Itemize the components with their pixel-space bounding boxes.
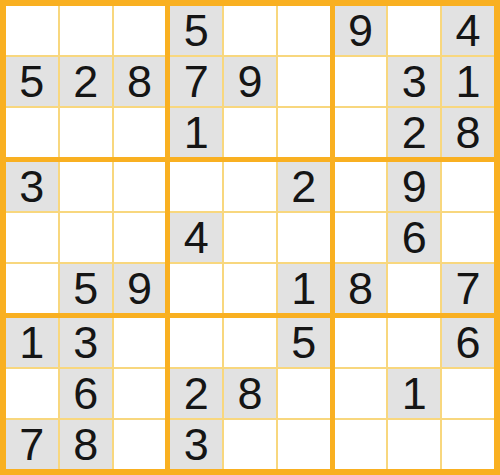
cell-r5c3[interactable] [114, 213, 166, 262]
cell-r8c3[interactable] [114, 369, 166, 418]
cell-r7c3[interactable] [114, 318, 166, 367]
cell-r9c5[interactable] [224, 420, 276, 469]
cell-r2c6[interactable] [278, 57, 330, 106]
cell-r9c3[interactable] [114, 420, 166, 469]
cell-r8c7[interactable] [335, 369, 387, 418]
cell-r3c6[interactable] [278, 108, 330, 157]
cell-r2c3: 8 [114, 57, 166, 106]
cell-r2c4: 7 [170, 57, 222, 106]
cell-r9c4: 3 [170, 420, 222, 469]
sudoku-board: 5945287931128329465918713566281783 [0, 0, 500, 475]
cell-r8c4: 2 [170, 369, 222, 418]
cell-r4c3[interactable] [114, 162, 166, 211]
cell-r4c7[interactable] [335, 162, 387, 211]
cell-r1c3[interactable] [114, 6, 166, 55]
cell-r2c5: 9 [224, 57, 276, 106]
cell-r3c4: 1 [170, 108, 222, 157]
cell-r3c2[interactable] [60, 108, 112, 157]
cell-r4c2[interactable] [60, 162, 112, 211]
cell-r6c1[interactable] [6, 264, 58, 313]
cell-r6c5[interactable] [224, 264, 276, 313]
cell-r8c1[interactable] [6, 369, 58, 418]
cell-r4c6: 2 [278, 162, 330, 211]
cell-r3c1[interactable] [6, 108, 58, 157]
cell-r1c8[interactable] [388, 6, 440, 55]
cell-r1c1[interactable] [6, 6, 58, 55]
cell-r7c6: 5 [278, 318, 330, 367]
cell-r4c8: 9 [388, 162, 440, 211]
cell-r5c8: 6 [388, 213, 440, 262]
cell-r6c8[interactable] [388, 264, 440, 313]
cell-r5c5[interactable] [224, 213, 276, 262]
cell-r9c1: 7 [6, 420, 58, 469]
cell-r3c9: 8 [442, 108, 494, 157]
cell-r1c6[interactable] [278, 6, 330, 55]
cell-r6c4[interactable] [170, 264, 222, 313]
cell-r2c1: 5 [6, 57, 58, 106]
cell-r7c7[interactable] [335, 318, 387, 367]
cell-r8c9[interactable] [442, 369, 494, 418]
cell-r2c2: 2 [60, 57, 112, 106]
cell-r9c6[interactable] [278, 420, 330, 469]
cell-r8c6[interactable] [278, 369, 330, 418]
cell-r8c5: 8 [224, 369, 276, 418]
cell-r1c4: 5 [170, 6, 222, 55]
cell-r4c5[interactable] [224, 162, 276, 211]
cell-r7c5[interactable] [224, 318, 276, 367]
cell-r9c9[interactable] [442, 420, 494, 469]
cell-r9c8[interactable] [388, 420, 440, 469]
cell-r5c7[interactable] [335, 213, 387, 262]
cell-r7c2: 3 [60, 318, 112, 367]
cell-r3c7[interactable] [335, 108, 387, 157]
cell-r9c2: 8 [60, 420, 112, 469]
cell-r6c2: 5 [60, 264, 112, 313]
cell-r5c6[interactable] [278, 213, 330, 262]
cell-r4c1: 3 [6, 162, 58, 211]
cell-r1c9: 4 [442, 6, 494, 55]
cell-r4c4[interactable] [170, 162, 222, 211]
cell-r6c6: 1 [278, 264, 330, 313]
cell-r1c5[interactable] [224, 6, 276, 55]
cell-r5c9[interactable] [442, 213, 494, 262]
cell-r7c4[interactable] [170, 318, 222, 367]
cell-r7c9: 6 [442, 318, 494, 367]
cell-r8c2: 6 [60, 369, 112, 418]
cell-r5c2[interactable] [60, 213, 112, 262]
cell-r6c3: 9 [114, 264, 166, 313]
cell-r7c1: 1 [6, 318, 58, 367]
cell-r6c9: 7 [442, 264, 494, 313]
cell-r5c1[interactable] [6, 213, 58, 262]
cell-r6c7: 8 [335, 264, 387, 313]
cell-r2c7[interactable] [335, 57, 387, 106]
cell-r8c8: 1 [388, 369, 440, 418]
cell-r1c2[interactable] [60, 6, 112, 55]
cell-r2c8: 3 [388, 57, 440, 106]
cell-r3c5[interactable] [224, 108, 276, 157]
cell-r1c7: 9 [335, 6, 387, 55]
cell-r3c3[interactable] [114, 108, 166, 157]
cell-r3c8: 2 [388, 108, 440, 157]
cell-r4c9[interactable] [442, 162, 494, 211]
cell-r5c4: 4 [170, 213, 222, 262]
cell-r7c8[interactable] [388, 318, 440, 367]
cell-r2c9: 1 [442, 57, 494, 106]
cell-r9c7[interactable] [335, 420, 387, 469]
